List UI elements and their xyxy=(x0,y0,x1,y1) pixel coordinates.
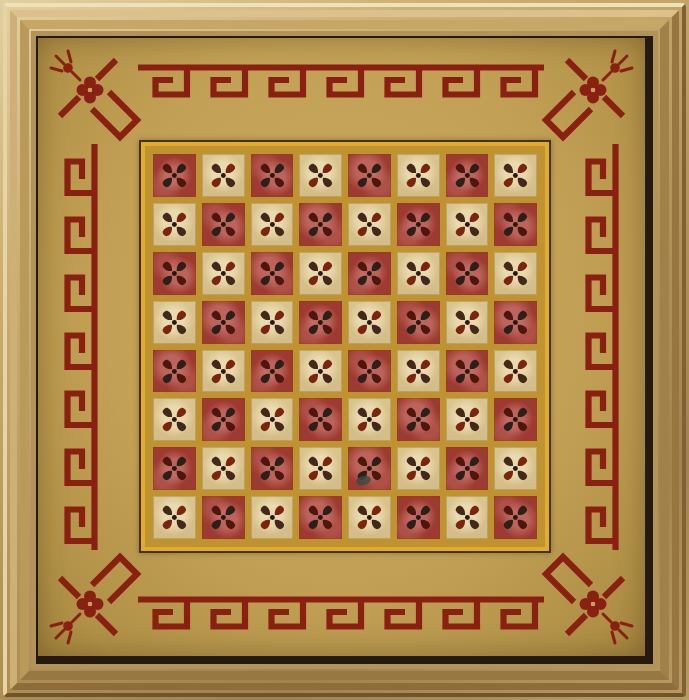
four-petal-motif-icon xyxy=(299,350,342,393)
board-square-cream[interactable] xyxy=(397,154,440,197)
board-square-red[interactable] xyxy=(202,398,245,441)
four-petal-motif-icon xyxy=(348,350,391,393)
board-square-cream[interactable] xyxy=(494,154,537,197)
board-square-cream[interactable] xyxy=(348,496,391,539)
board-square-cream[interactable] xyxy=(446,203,489,246)
four-petal-motif-icon xyxy=(446,398,489,441)
board-square-red[interactable] xyxy=(494,398,537,441)
board-square-cream[interactable] xyxy=(202,154,245,197)
four-petal-motif-icon xyxy=(348,203,391,246)
corner-ornament-top-right xyxy=(546,51,632,137)
four-petal-motif-icon xyxy=(251,252,294,295)
four-petal-motif-icon xyxy=(299,203,342,246)
four-petal-motif-icon xyxy=(494,447,537,490)
board-square-cream[interactable] xyxy=(153,301,196,344)
four-petal-motif-icon xyxy=(397,496,440,539)
board-square-cream[interactable] xyxy=(446,301,489,344)
four-petal-motif-icon xyxy=(251,447,294,490)
four-petal-motif-icon xyxy=(202,398,245,441)
board-square-cream[interactable] xyxy=(202,447,245,490)
board-square-cream[interactable] xyxy=(153,203,196,246)
board-grid xyxy=(145,146,545,547)
four-petal-motif-icon xyxy=(446,447,489,490)
four-petal-motif-icon xyxy=(494,398,537,441)
meander-band-right xyxy=(589,144,616,550)
four-petal-motif-icon xyxy=(202,350,245,393)
four-petal-motif-icon xyxy=(202,496,245,539)
four-petal-motif-icon xyxy=(494,350,537,393)
board-square-red[interactable] xyxy=(202,496,245,539)
corner-ornament-top-left xyxy=(51,51,137,137)
board-square-cream[interactable] xyxy=(348,203,391,246)
four-petal-motif-icon xyxy=(153,496,196,539)
four-petal-motif-icon xyxy=(153,154,196,197)
board-square-cream[interactable] xyxy=(494,447,537,490)
four-petal-motif-icon xyxy=(153,252,196,295)
board-square-red[interactable] xyxy=(251,154,294,197)
board-square-cream[interactable] xyxy=(348,301,391,344)
board-square-red[interactable] xyxy=(299,301,342,344)
board-square-cream[interactable] xyxy=(251,398,294,441)
four-petal-motif-icon xyxy=(348,496,391,539)
board-square-red[interactable] xyxy=(299,203,342,246)
board-square-red[interactable] xyxy=(251,350,294,393)
board-square-cream[interactable] xyxy=(251,496,294,539)
four-petal-motif-icon xyxy=(153,301,196,344)
four-petal-motif-icon xyxy=(202,447,245,490)
gilt-frame xyxy=(0,0,689,700)
four-petal-motif-icon xyxy=(397,350,440,393)
four-petal-motif-icon xyxy=(494,203,537,246)
board-square-red[interactable] xyxy=(397,398,440,441)
four-petal-motif-icon xyxy=(494,301,537,344)
meander-band-top xyxy=(138,68,544,95)
four-petal-motif-icon xyxy=(299,496,342,539)
four-petal-motif-icon xyxy=(251,203,294,246)
corner-ornament-bottom-left xyxy=(51,557,137,643)
board-square-cream[interactable] xyxy=(153,496,196,539)
corner-ornament-bottom-right xyxy=(546,557,632,643)
four-petal-motif-icon xyxy=(153,350,196,393)
board-square-red[interactable] xyxy=(299,496,342,539)
board-square-red[interactable] xyxy=(446,154,489,197)
board-square-cream[interactable] xyxy=(494,350,537,393)
board-square-cream[interactable] xyxy=(397,252,440,295)
board-square-red[interactable] xyxy=(397,301,440,344)
four-petal-motif-icon xyxy=(348,447,391,490)
four-petal-motif-icon xyxy=(446,496,489,539)
four-petal-motif-icon xyxy=(202,203,245,246)
four-petal-motif-icon xyxy=(299,252,342,295)
game-board xyxy=(139,140,551,553)
four-petal-motif-icon xyxy=(397,252,440,295)
board-square-cream[interactable] xyxy=(446,398,489,441)
board-square-red[interactable] xyxy=(153,154,196,197)
board-square-cream[interactable] xyxy=(202,252,245,295)
four-petal-motif-icon xyxy=(446,301,489,344)
board-square-cream[interactable] xyxy=(299,252,342,295)
four-petal-motif-icon xyxy=(299,154,342,197)
four-petal-motif-icon xyxy=(397,203,440,246)
board-square-cream[interactable] xyxy=(397,350,440,393)
four-petal-motif-icon xyxy=(446,203,489,246)
board-square-red[interactable] xyxy=(348,447,391,490)
board-square-cream[interactable] xyxy=(251,203,294,246)
four-petal-motif-icon xyxy=(348,252,391,295)
four-petal-motif-icon xyxy=(202,154,245,197)
board-square-red[interactable] xyxy=(153,252,196,295)
four-petal-motif-icon xyxy=(299,447,342,490)
board-square-cream[interactable] xyxy=(494,252,537,295)
four-petal-motif-icon xyxy=(348,398,391,441)
four-petal-motif-icon xyxy=(251,398,294,441)
board-square-red[interactable] xyxy=(251,447,294,490)
four-petal-motif-icon xyxy=(348,301,391,344)
four-petal-motif-icon xyxy=(446,154,489,197)
four-petal-motif-icon xyxy=(494,496,537,539)
meander-band-bottom xyxy=(138,600,544,627)
four-petal-motif-icon xyxy=(251,301,294,344)
four-petal-motif-icon xyxy=(202,301,245,344)
framed-game-board-photo xyxy=(0,0,689,700)
board-square-red[interactable] xyxy=(494,203,537,246)
four-petal-motif-icon xyxy=(494,154,537,197)
board-square-red[interactable] xyxy=(446,350,489,393)
four-petal-motif-icon xyxy=(251,350,294,393)
board-square-red[interactable] xyxy=(202,301,245,344)
four-petal-motif-icon xyxy=(397,301,440,344)
four-petal-motif-icon xyxy=(251,496,294,539)
board-square-cream[interactable] xyxy=(299,447,342,490)
four-petal-motif-icon xyxy=(397,447,440,490)
board-square-red[interactable] xyxy=(494,496,537,539)
four-petal-motif-icon xyxy=(446,350,489,393)
board-square-cream[interactable] xyxy=(251,301,294,344)
board-square-cream[interactable] xyxy=(299,154,342,197)
painted-gold-panel xyxy=(38,38,645,656)
four-petal-motif-icon xyxy=(299,301,342,344)
four-petal-motif-icon xyxy=(397,398,440,441)
meander-band-left xyxy=(68,144,95,550)
four-petal-motif-icon xyxy=(446,252,489,295)
four-petal-motif-icon xyxy=(397,154,440,197)
board-square-red[interactable] xyxy=(348,252,391,295)
board-square-red[interactable] xyxy=(153,447,196,490)
four-petal-motif-icon xyxy=(153,398,196,441)
four-petal-motif-icon xyxy=(299,398,342,441)
board-square-cream[interactable] xyxy=(202,350,245,393)
four-petal-motif-icon xyxy=(153,203,196,246)
board-square-red[interactable] xyxy=(202,203,245,246)
board-square-red[interactable] xyxy=(299,398,342,441)
board-square-red[interactable] xyxy=(397,203,440,246)
board-square-red[interactable] xyxy=(446,252,489,295)
board-square-red[interactable] xyxy=(348,154,391,197)
four-petal-motif-icon xyxy=(348,154,391,197)
four-petal-motif-icon xyxy=(202,252,245,295)
board-square-red[interactable] xyxy=(494,301,537,344)
board-square-cream[interactable] xyxy=(397,447,440,490)
four-petal-motif-icon xyxy=(251,154,294,197)
board-square-red[interactable] xyxy=(446,447,489,490)
board-square-cream[interactable] xyxy=(153,398,196,441)
board-square-cream[interactable] xyxy=(299,350,342,393)
four-petal-motif-icon xyxy=(153,447,196,490)
board-square-cream[interactable] xyxy=(446,496,489,539)
four-petal-motif-icon xyxy=(494,252,537,295)
board-square-red[interactable] xyxy=(153,350,196,393)
board-square-red[interactable] xyxy=(348,350,391,393)
board-square-red[interactable] xyxy=(397,496,440,539)
board-square-red[interactable] xyxy=(251,252,294,295)
board-square-cream[interactable] xyxy=(348,398,391,441)
